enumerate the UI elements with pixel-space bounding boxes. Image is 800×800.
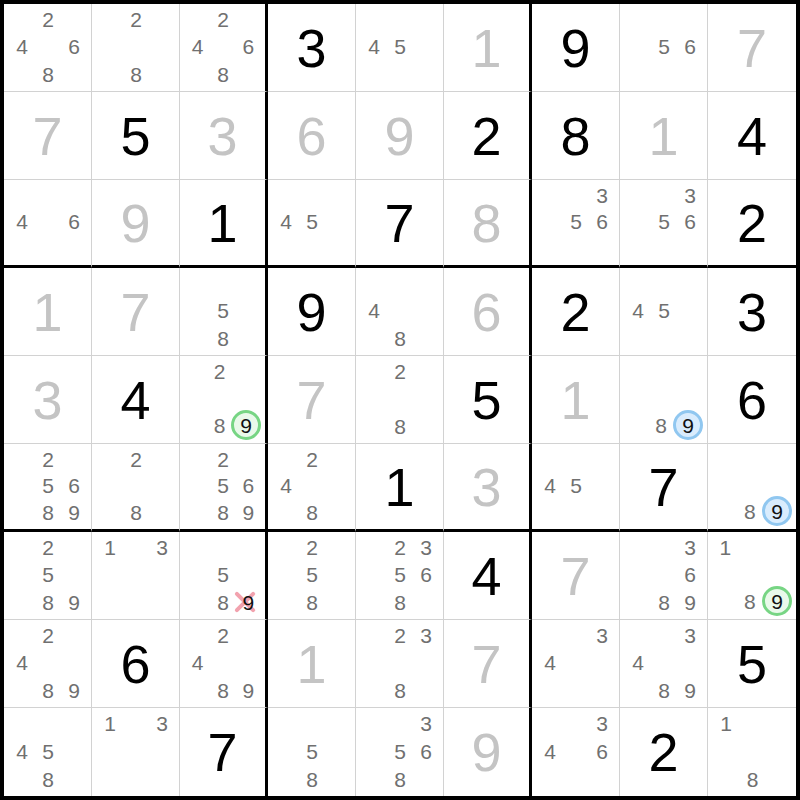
candidate-5[interactable]: 5 (210, 561, 235, 588)
cell-r3c1[interactable]: 46 (4, 180, 92, 268)
cell-r7c2[interactable]: 13 (92, 532, 180, 620)
cell-r6c3[interactable]: 25689 (180, 444, 268, 532)
cell-r7c1[interactable]: 2589 (4, 532, 92, 620)
cell-r6c9[interactable]: 89 (708, 444, 796, 532)
big-digit-7: 7 (471, 637, 501, 691)
cell-r9c9[interactable]: 18 (708, 708, 796, 796)
candidate-8[interactable]: 8 (35, 589, 61, 616)
candidate-5[interactable]: 5 (299, 561, 325, 588)
candidate-3[interactable]: 3 (589, 710, 615, 738)
big-digit-7: 7 (648, 460, 678, 514)
cell-r2c3[interactable]: 3 (180, 92, 268, 180)
big-digit-1: 1 (471, 21, 501, 75)
cell-r4c6[interactable]: 6 (444, 268, 532, 356)
candidate-4[interactable]: 4 (361, 33, 387, 60)
cell-r3c5[interactable]: 7 (356, 180, 444, 268)
candidate-2[interactable]: 2 (35, 622, 61, 649)
cell-r5c8[interactable]: 89 (620, 356, 708, 444)
cell-r9c2[interactable]: 13 (92, 708, 180, 796)
candidate-3[interactable]: 3 (149, 710, 175, 738)
candidate-8[interactable]: 8 (651, 589, 677, 616)
candidate-8[interactable]: 8 (210, 61, 235, 88)
big-digit-3: 3 (296, 21, 326, 75)
candidate-8[interactable]: 8 (123, 61, 149, 88)
big-digit-1: 1 (207, 196, 237, 250)
candidate-8[interactable]: 8 (299, 765, 325, 793)
candidate-grid: 89 (625, 358, 703, 440)
cell-r7c9[interactable]: 189 (708, 532, 796, 620)
cell-r4c4[interactable]: 9 (268, 268, 356, 356)
candidate-8[interactable]: 8 (738, 586, 763, 616)
cell-r2c6[interactable]: 2 (444, 92, 532, 180)
candidate-9-green-circle[interactable]: 9 (762, 586, 792, 616)
big-digit-7: 7 (296, 373, 326, 427)
candidate-3[interactable]: 3 (413, 534, 439, 561)
candidate-grid: 189 (713, 534, 792, 616)
cell-r9c6[interactable]: 9 (444, 708, 532, 796)
candidate-grid: 58 (185, 270, 261, 352)
cell-r4c2[interactable]: 7 (92, 268, 180, 356)
candidate-8[interactable]: 8 (210, 677, 235, 704)
cell-r4c5[interactable]: 48 (356, 268, 444, 356)
candidate-5[interactable]: 5 (651, 33, 677, 60)
candidate-8[interactable]: 8 (387, 589, 413, 616)
candidate-grid: 258 (273, 534, 351, 616)
cell-r6c5[interactable]: 1 (356, 444, 444, 532)
candidate-1[interactable]: 1 (713, 710, 739, 738)
candidate-6[interactable]: 6 (677, 209, 703, 236)
candidate-6[interactable]: 6 (413, 561, 439, 588)
candidate-2[interactable]: 2 (210, 622, 235, 649)
candidate-3[interactable]: 3 (677, 534, 703, 561)
big-digit-2: 2 (737, 196, 767, 250)
cell-r9c4[interactable]: 58 (268, 708, 356, 796)
candidate-2[interactable]: 2 (35, 6, 61, 33)
big-digit-3: 3 (207, 109, 237, 163)
candidate-9[interactable]: 9 (236, 499, 261, 526)
cell-r3c4[interactable]: 45 (268, 180, 356, 268)
big-digit-7: 7 (560, 549, 590, 603)
cell-r6c7[interactable]: 45 (532, 444, 620, 532)
candidate-4[interactable]: 4 (361, 297, 387, 324)
cell-r1c2[interactable]: 28 (92, 4, 180, 92)
candidate-8[interactable]: 8 (387, 413, 413, 440)
big-digit-2: 2 (648, 725, 678, 779)
candidate-5[interactable]: 5 (35, 738, 61, 766)
candidate-8[interactable]: 8 (651, 677, 677, 704)
big-digit-4: 4 (120, 373, 150, 427)
cell-r1c5[interactable]: 45 (356, 4, 444, 92)
candidate-grid: 289 (185, 358, 261, 440)
big-digit-1: 1 (32, 285, 62, 339)
big-digit-9: 9 (120, 196, 150, 250)
cell-r9c7[interactable]: 346 (532, 708, 620, 796)
candidate-4[interactable]: 4 (185, 33, 210, 60)
candidate-8[interactable]: 8 (387, 325, 413, 352)
big-digit-7: 7 (384, 196, 414, 250)
cell-r8c5[interactable]: 238 (356, 620, 444, 708)
candidate-6[interactable]: 6 (61, 33, 87, 60)
candidate-5[interactable]: 5 (299, 209, 325, 236)
candidate-grid: 45 (537, 446, 615, 526)
cell-r8c7[interactable]: 34 (532, 620, 620, 708)
candidate-6[interactable]: 6 (677, 33, 703, 60)
cell-r3c2[interactable]: 9 (92, 180, 180, 268)
cell-r8c8[interactable]: 3489 (620, 620, 708, 708)
cell-r7c5[interactable]: 23568 (356, 532, 444, 620)
candidate-grid: 2489 (9, 622, 87, 704)
candidate-8[interactable]: 8 (210, 589, 235, 616)
candidate-6[interactable]: 6 (677, 561, 703, 588)
cell-r2c8[interactable]: 1 (620, 92, 708, 180)
big-digit-9: 9 (560, 21, 590, 75)
candidate-2[interactable]: 2 (210, 6, 235, 33)
candidate-grid: 34 (537, 622, 615, 704)
candidate-grid: 28 (97, 6, 175, 88)
cell-r2c9[interactable]: 4 (708, 92, 796, 180)
big-digit-3: 3 (471, 460, 501, 514)
cell-r5c9[interactable]: 6 (708, 356, 796, 444)
candidate-6[interactable]: 6 (236, 473, 261, 500)
sudoku-board: 2468282468345195677536928144691457835635… (0, 0, 800, 800)
big-digit-9: 9 (296, 285, 326, 339)
candidate-2[interactable]: 2 (123, 446, 149, 473)
candidate-5[interactable]: 5 (387, 738, 413, 766)
candidate-grid: 3489 (625, 622, 703, 704)
candidate-grid: 2589 (9, 534, 87, 616)
cell-r3c6[interactable]: 8 (444, 180, 532, 268)
candidate-2[interactable]: 2 (208, 358, 231, 384)
candidate-2[interactable]: 2 (299, 534, 325, 561)
candidate-3[interactable]: 3 (413, 710, 439, 738)
big-digit-7: 7 (207, 725, 237, 779)
cell-r7c8[interactable]: 3689 (620, 532, 708, 620)
cell-r1c6[interactable]: 1 (444, 4, 532, 92)
big-digit-2: 2 (471, 109, 501, 163)
cell-r2c5[interactable]: 9 (356, 92, 444, 180)
cell-r7c4[interactable]: 258 (268, 532, 356, 620)
candidate-grid: 58 (273, 710, 351, 793)
cell-r3c9[interactable]: 2 (708, 180, 796, 268)
candidate-9-blue-circle[interactable]: 9 (762, 496, 792, 526)
candidate-8[interactable]: 8 (387, 677, 413, 704)
candidate-5[interactable]: 5 (651, 209, 677, 236)
big-digit-5: 5 (737, 637, 767, 691)
candidate-4[interactable]: 4 (9, 33, 35, 60)
candidate-grid: 356 (625, 182, 703, 262)
candidate-grid: 248 (273, 446, 351, 526)
big-digit-6: 6 (120, 637, 150, 691)
candidate-9[interactable]: 9 (236, 677, 261, 704)
cell-r6c8[interactable]: 7 (620, 444, 708, 532)
candidate-3[interactable]: 3 (677, 622, 703, 649)
candidate-8[interactable]: 8 (210, 499, 235, 526)
candidate-grid: 13 (97, 534, 175, 616)
cell-r8c6[interactable]: 7 (444, 620, 532, 708)
cell-r1c4[interactable]: 3 (268, 4, 356, 92)
cell-r1c7[interactable]: 9 (532, 4, 620, 92)
cell-r8c2[interactable]: 6 (92, 620, 180, 708)
candidate-5[interactable]: 5 (210, 297, 235, 324)
cell-r1c3[interactable]: 2468 (180, 4, 268, 92)
cell-r5c3[interactable]: 289 (180, 356, 268, 444)
cell-r4c7[interactable]: 2 (532, 268, 620, 356)
big-digit-6: 6 (296, 109, 326, 163)
candidate-4[interactable]: 4 (273, 473, 299, 500)
candidate-9[interactable]: 9 (677, 589, 703, 616)
big-digit-5: 5 (471, 373, 501, 427)
cell-r4c3[interactable]: 58 (180, 268, 268, 356)
candidate-grid: 25689 (9, 446, 87, 526)
candidate-6[interactable]: 6 (236, 33, 261, 60)
candidate-8[interactable]: 8 (35, 499, 61, 526)
candidate-8[interactable]: 8 (739, 765, 765, 793)
candidate-8[interactable]: 8 (35, 677, 61, 704)
cell-r9c3[interactable]: 7 (180, 708, 268, 796)
candidate-grid: 589 (185, 534, 261, 616)
candidate-8[interactable]: 8 (208, 410, 231, 440)
candidate-3[interactable]: 3 (149, 534, 175, 561)
cell-r3c3[interactable]: 1 (180, 180, 268, 268)
candidate-grid: 18 (713, 710, 792, 793)
candidate-8[interactable]: 8 (299, 589, 325, 616)
big-digit-1: 1 (296, 637, 326, 691)
candidate-grid: 56 (625, 6, 703, 88)
candidate-grid: 238 (361, 622, 439, 704)
candidate-4[interactable]: 4 (9, 209, 35, 236)
candidate-9-red-x[interactable]: 9 (236, 589, 261, 616)
candidate-5[interactable]: 5 (387, 33, 413, 60)
cell-r2c1[interactable]: 7 (4, 92, 92, 180)
candidate-8[interactable]: 8 (387, 765, 413, 793)
big-digit-9: 9 (384, 109, 414, 163)
candidate-5[interactable]: 5 (299, 738, 325, 766)
big-digit-1: 1 (648, 109, 678, 163)
candidate-5[interactable]: 5 (651, 297, 677, 324)
candidate-5[interactable]: 5 (563, 473, 589, 500)
candidate-5[interactable]: 5 (387, 561, 413, 588)
big-digit-7: 7 (32, 109, 62, 163)
big-digit-7: 7 (737, 21, 767, 75)
cell-r6c4[interactable]: 248 (268, 444, 356, 532)
big-digit-6: 6 (737, 373, 767, 427)
cell-r5c7[interactable]: 1 (532, 356, 620, 444)
candidate-8[interactable]: 8 (210, 325, 235, 352)
candidate-4[interactable]: 4 (625, 297, 651, 324)
candidate-8[interactable]: 8 (35, 61, 61, 88)
cell-r5c1[interactable]: 3 (4, 356, 92, 444)
candidate-2[interactable]: 2 (299, 446, 325, 473)
candidate-4[interactable]: 4 (537, 738, 563, 766)
candidate-8[interactable]: 8 (35, 765, 61, 793)
candidate-6[interactable]: 6 (61, 209, 87, 236)
big-digit-9: 9 (471, 725, 501, 779)
candidate-grid: 25689 (185, 446, 261, 526)
candidate-4[interactable]: 4 (625, 649, 651, 676)
candidate-2[interactable]: 2 (387, 534, 413, 561)
candidate-1[interactable]: 1 (97, 710, 123, 738)
candidate-grid: 2468 (185, 6, 261, 88)
cell-r5c5[interactable]: 28 (356, 356, 444, 444)
candidate-9[interactable]: 9 (677, 677, 703, 704)
candidate-9[interactable]: 9 (61, 677, 87, 704)
cell-r4c8[interactable]: 45 (620, 268, 708, 356)
candidate-grid: 45 (625, 270, 703, 352)
candidate-2[interactable]: 2 (35, 446, 61, 473)
candidate-grid: 346 (537, 710, 615, 793)
cell-r2c2[interactable]: 5 (92, 92, 180, 180)
candidate-2[interactable]: 2 (35, 534, 61, 561)
candidate-8[interactable]: 8 (299, 499, 325, 526)
cell-r2c7[interactable]: 8 (532, 92, 620, 180)
candidate-grid: 2489 (185, 622, 261, 704)
cell-r5c4[interactable]: 7 (268, 356, 356, 444)
big-digit-8: 8 (471, 196, 501, 250)
candidate-2[interactable]: 2 (210, 446, 235, 473)
candidate-5[interactable]: 5 (35, 473, 61, 500)
cell-r9c8[interactable]: 2 (620, 708, 708, 796)
candidate-6[interactable]: 6 (589, 209, 615, 236)
candidate-1[interactable]: 1 (713, 534, 738, 560)
candidate-grid: 3689 (625, 534, 703, 616)
cell-r4c1[interactable]: 1 (4, 268, 92, 356)
candidate-8[interactable]: 8 (649, 410, 673, 440)
candidate-3[interactable]: 3 (589, 622, 615, 649)
candidate-4[interactable]: 4 (537, 649, 563, 676)
candidate-4[interactable]: 4 (9, 649, 35, 676)
cell-r1c8[interactable]: 56 (620, 4, 708, 92)
big-digit-6: 6 (471, 285, 501, 339)
candidate-9[interactable]: 9 (61, 589, 87, 616)
candidate-2[interactable]: 2 (387, 622, 413, 649)
candidate-4[interactable]: 4 (9, 738, 35, 766)
candidate-5[interactable]: 5 (210, 473, 235, 500)
big-digit-4: 4 (737, 109, 767, 163)
candidate-grid: 23568 (361, 534, 439, 616)
cell-r3c8[interactable]: 356 (620, 180, 708, 268)
candidate-6[interactable]: 6 (589, 738, 615, 766)
candidate-3[interactable]: 3 (589, 182, 615, 209)
big-digit-2: 2 (560, 285, 590, 339)
candidate-grid: 28 (361, 358, 439, 440)
candidate-4[interactable]: 4 (185, 649, 210, 676)
cell-r9c1[interactable]: 458 (4, 708, 92, 796)
big-digit-1: 1 (560, 373, 590, 427)
cell-r6c2[interactable]: 28 (92, 444, 180, 532)
big-digit-7: 7 (120, 285, 150, 339)
candidate-grid: 13 (97, 710, 175, 793)
candidate-4[interactable]: 4 (537, 473, 563, 500)
candidate-5[interactable]: 5 (35, 561, 61, 588)
candidate-6[interactable]: 6 (61, 473, 87, 500)
big-digit-3: 3 (737, 285, 767, 339)
candidate-9[interactable]: 9 (61, 499, 87, 526)
cell-r8c4[interactable]: 1 (268, 620, 356, 708)
cell-r7c3[interactable]: 589 (180, 532, 268, 620)
candidate-grid: 46 (9, 182, 87, 262)
candidate-2[interactable]: 2 (123, 6, 149, 33)
cell-r6c6[interactable]: 3 (444, 444, 532, 532)
candidate-grid: 89 (713, 446, 792, 526)
big-digit-4: 4 (471, 549, 501, 603)
candidate-grid: 48 (361, 270, 439, 352)
candidate-3[interactable]: 3 (413, 622, 439, 649)
cell-r9c5[interactable]: 3568 (356, 708, 444, 796)
cell-r6c1[interactable]: 25689 (4, 444, 92, 532)
candidate-5[interactable]: 5 (563, 209, 589, 236)
cell-r3c7[interactable]: 356 (532, 180, 620, 268)
candidate-grid: 28 (97, 446, 175, 526)
big-digit-5: 5 (120, 109, 150, 163)
candidate-1[interactable]: 1 (97, 534, 123, 561)
candidate-grid: 3568 (361, 710, 439, 793)
big-digit-1: 1 (384, 460, 414, 514)
cell-r5c6[interactable]: 5 (444, 356, 532, 444)
big-digit-3: 3 (32, 373, 62, 427)
candidate-9-green-circle[interactable]: 9 (231, 410, 261, 440)
candidate-grid: 458 (9, 710, 87, 793)
candidate-grid: 45 (273, 182, 351, 262)
cell-r8c1[interactable]: 2489 (4, 620, 92, 708)
cell-r2c4[interactable]: 6 (268, 92, 356, 180)
candidate-2[interactable]: 2 (387, 358, 413, 385)
cell-r8c3[interactable]: 2489 (180, 620, 268, 708)
candidate-3[interactable]: 3 (677, 182, 703, 209)
candidate-4[interactable]: 4 (273, 209, 299, 236)
candidate-8[interactable]: 8 (738, 496, 763, 526)
candidate-6[interactable]: 6 (413, 738, 439, 766)
cell-r4c9[interactable]: 3 (708, 268, 796, 356)
cell-r5c2[interactable]: 4 (92, 356, 180, 444)
candidate-9-blue-circle[interactable]: 9 (673, 410, 703, 440)
cell-r1c9[interactable]: 7 (708, 4, 796, 92)
cell-r1c1[interactable]: 2468 (4, 4, 92, 92)
big-digit-8: 8 (560, 109, 590, 163)
cell-r8c9[interactable]: 5 (708, 620, 796, 708)
candidate-8[interactable]: 8 (123, 499, 149, 526)
candidate-grid: 2468 (9, 6, 87, 88)
candidate-grid: 356 (537, 182, 615, 262)
cell-r7c7[interactable]: 7 (532, 532, 620, 620)
cell-r7c6[interactable]: 4 (444, 532, 532, 620)
candidate-grid: 45 (361, 6, 439, 88)
